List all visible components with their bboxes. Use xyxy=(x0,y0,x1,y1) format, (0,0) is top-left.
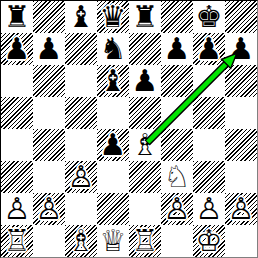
square-a6[interactable] xyxy=(1,65,33,97)
square-g2[interactable]: ♙ xyxy=(193,193,225,225)
square-e4[interactable]: ♗ xyxy=(129,129,161,161)
square-d5[interactable] xyxy=(97,97,129,129)
square-f1[interactable] xyxy=(161,225,193,257)
piece-white-queen-d1: ♕ xyxy=(97,225,129,257)
piece-white-knight-f3: ♘ xyxy=(161,161,193,193)
piece-black-king-g8: ♚ xyxy=(193,1,225,33)
square-g7[interactable]: ♟ xyxy=(193,33,225,65)
square-a8[interactable]: ♜ xyxy=(1,1,33,33)
square-f7[interactable]: ♟ xyxy=(161,33,193,65)
square-c7[interactable] xyxy=(65,33,97,65)
square-d8[interactable]: ♛ xyxy=(97,1,129,33)
square-h2[interactable]: ♙ xyxy=(225,193,257,225)
square-c5[interactable] xyxy=(65,97,97,129)
square-h6[interactable] xyxy=(225,65,257,97)
square-h1[interactable] xyxy=(225,225,257,257)
piece-white-bishop-c1: ♗ xyxy=(65,225,97,257)
chess-board-frame: ♜♝♛♜♚♟♟♞♟♟♟♝♟♟♗♙♘♙♙♙♙♙♖♗♕♖♔ xyxy=(0,0,258,258)
square-e8[interactable]: ♜ xyxy=(129,1,161,33)
square-f4[interactable] xyxy=(161,129,193,161)
square-c4[interactable] xyxy=(65,129,97,161)
square-e3[interactable] xyxy=(129,161,161,193)
square-b3[interactable] xyxy=(33,161,65,193)
square-a1[interactable]: ♖ xyxy=(1,225,33,257)
square-e2[interactable] xyxy=(129,193,161,225)
square-a2[interactable]: ♙ xyxy=(1,193,33,225)
square-c2[interactable] xyxy=(65,193,97,225)
square-b2[interactable]: ♙ xyxy=(33,193,65,225)
square-b8[interactable] xyxy=(33,1,65,33)
piece-white-pawn-b2: ♙ xyxy=(33,193,65,225)
square-g3[interactable] xyxy=(193,161,225,193)
square-e1[interactable]: ♖ xyxy=(129,225,161,257)
square-b4[interactable] xyxy=(33,129,65,161)
square-g1[interactable]: ♔ xyxy=(193,225,225,257)
square-f3[interactable]: ♘ xyxy=(161,161,193,193)
piece-white-king-g1: ♔ xyxy=(193,225,225,257)
square-f6[interactable] xyxy=(161,65,193,97)
piece-black-pawn-e6: ♟ xyxy=(129,65,161,97)
square-d6[interactable]: ♝ xyxy=(97,65,129,97)
square-e7[interactable] xyxy=(129,33,161,65)
square-f5[interactable] xyxy=(161,97,193,129)
piece-black-pawn-h7: ♟ xyxy=(225,33,257,65)
piece-white-rook-a1: ♖ xyxy=(1,225,33,257)
square-h4[interactable] xyxy=(225,129,257,161)
piece-black-queen-d8: ♛ xyxy=(97,1,129,33)
square-c3[interactable]: ♙ xyxy=(65,161,97,193)
piece-white-pawn-g2: ♙ xyxy=(193,193,225,225)
square-h5[interactable] xyxy=(225,97,257,129)
piece-black-pawn-d4: ♟ xyxy=(97,129,129,161)
square-a5[interactable] xyxy=(1,97,33,129)
square-d1[interactable]: ♕ xyxy=(97,225,129,257)
piece-white-pawn-f2: ♙ xyxy=(161,193,193,225)
square-c8[interactable]: ♝ xyxy=(65,1,97,33)
square-a4[interactable] xyxy=(1,129,33,161)
square-c1[interactable]: ♗ xyxy=(65,225,97,257)
piece-black-rook-a8: ♜ xyxy=(1,1,33,33)
square-a3[interactable] xyxy=(1,161,33,193)
square-g8[interactable]: ♚ xyxy=(193,1,225,33)
square-e5[interactable] xyxy=(129,97,161,129)
square-g6[interactable] xyxy=(193,65,225,97)
piece-white-pawn-h2: ♙ xyxy=(225,193,257,225)
piece-white-rook-e1: ♖ xyxy=(129,225,161,257)
square-h7[interactable]: ♟ xyxy=(225,33,257,65)
piece-black-rook-e8: ♜ xyxy=(129,1,161,33)
square-c6[interactable] xyxy=(65,65,97,97)
square-e6[interactable]: ♟ xyxy=(129,65,161,97)
square-d7[interactable]: ♞ xyxy=(97,33,129,65)
square-b5[interactable] xyxy=(33,97,65,129)
piece-black-pawn-f7: ♟ xyxy=(161,33,193,65)
square-b1[interactable] xyxy=(33,225,65,257)
piece-white-bishop-e4: ♗ xyxy=(129,129,161,161)
piece-black-pawn-b7: ♟ xyxy=(33,33,65,65)
square-b6[interactable] xyxy=(33,65,65,97)
square-d3[interactable] xyxy=(97,161,129,193)
square-d2[interactable] xyxy=(97,193,129,225)
square-g4[interactable] xyxy=(193,129,225,161)
square-d4[interactable]: ♟ xyxy=(97,129,129,161)
square-g5[interactable] xyxy=(193,97,225,129)
piece-black-bishop-d6: ♝ xyxy=(97,65,129,97)
square-h3[interactable] xyxy=(225,161,257,193)
square-f2[interactable]: ♙ xyxy=(161,193,193,225)
piece-black-pawn-g7: ♟ xyxy=(193,33,225,65)
piece-black-pawn-a7: ♟ xyxy=(1,33,33,65)
piece-black-bishop-c8: ♝ xyxy=(65,1,97,33)
piece-white-pawn-c3: ♙ xyxy=(65,161,97,193)
piece-white-pawn-a2: ♙ xyxy=(1,193,33,225)
square-a7[interactable]: ♟ xyxy=(1,33,33,65)
piece-black-knight-d7: ♞ xyxy=(97,33,129,65)
square-b7[interactable]: ♟ xyxy=(33,33,65,65)
chess-board: ♜♝♛♜♚♟♟♞♟♟♟♝♟♟♗♙♘♙♙♙♙♙♖♗♕♖♔ xyxy=(1,1,257,257)
square-h8[interactable] xyxy=(225,1,257,33)
square-f8[interactable] xyxy=(161,1,193,33)
